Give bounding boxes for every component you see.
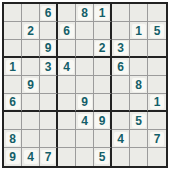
cell-r1c9[interactable]: [148, 4, 166, 22]
cell-r8c9: 7: [148, 130, 166, 148]
given-digit: 4: [78, 114, 92, 128]
cell-r6c6[interactable]: [94, 94, 112, 112]
cell-r4c1: 1: [4, 58, 22, 76]
given-digit: 9: [24, 78, 38, 92]
cell-r5c4[interactable]: [58, 76, 76, 94]
given-digit: 1: [6, 60, 20, 74]
cell-r8c8[interactable]: [130, 130, 148, 148]
cell-r3c4[interactable]: [58, 40, 76, 58]
cell-r5c5[interactable]: [76, 76, 94, 94]
cell-r1c7[interactable]: [112, 4, 130, 22]
cell-r8c5[interactable]: [76, 130, 94, 148]
given-digit: 3: [41, 60, 55, 74]
given-digit: 7: [150, 132, 164, 146]
cell-r5c7[interactable]: [112, 76, 130, 94]
given-digit: 9: [78, 95, 92, 109]
given-digit: 8: [78, 6, 92, 20]
given-digit: 6: [6, 95, 20, 109]
cell-r9c7[interactable]: [112, 148, 130, 166]
cell-r1c4[interactable]: [58, 4, 76, 22]
cell-r9c9[interactable]: [148, 148, 166, 166]
cell-r2c8: 1: [130, 22, 148, 40]
cell-r5c8: 8: [130, 76, 148, 94]
cell-r5c1[interactable]: [4, 76, 22, 94]
cell-r6c4[interactable]: [58, 94, 76, 112]
cell-r4c8[interactable]: [130, 58, 148, 76]
given-digit: 7: [41, 150, 55, 164]
cell-r6c3[interactable]: [40, 94, 58, 112]
given-digit: 5: [95, 150, 109, 164]
cell-r8c1: 8: [4, 130, 22, 148]
cell-r7c6: 9: [94, 112, 112, 130]
cell-r3c2[interactable]: [22, 40, 40, 58]
cell-r9c6: 5: [94, 148, 112, 166]
given-digit: 1: [150, 95, 164, 109]
cell-r7c5: 4: [76, 112, 94, 130]
cell-r3c6: 2: [94, 40, 112, 58]
cell-r3c5[interactable]: [76, 40, 94, 58]
cell-r2c2: 2: [22, 22, 40, 40]
cell-r4c7: 6: [112, 58, 130, 76]
cell-r9c2: 4: [22, 148, 40, 166]
cell-r1c8[interactable]: [130, 4, 148, 22]
cell-r6c8[interactable]: [130, 94, 148, 112]
cell-r9c4[interactable]: [58, 148, 76, 166]
cell-r2c6[interactable]: [94, 22, 112, 40]
cell-r3c1[interactable]: [4, 40, 22, 58]
cell-r9c3: 7: [40, 148, 58, 166]
cell-r6c2[interactable]: [22, 94, 40, 112]
cell-r1c5: 8: [76, 4, 94, 22]
cell-r3c9[interactable]: [148, 40, 166, 58]
cell-r2c3[interactable]: [40, 22, 58, 40]
cell-r4c2[interactable]: [22, 58, 40, 76]
cell-r4c4: 4: [58, 58, 76, 76]
cell-r1c1[interactable]: [4, 4, 22, 22]
cell-r5c2: 9: [22, 76, 40, 94]
cell-r3c8[interactable]: [130, 40, 148, 58]
cell-r4c6[interactable]: [94, 58, 112, 76]
cell-r6c7[interactable]: [112, 94, 130, 112]
given-digit: 8: [132, 78, 146, 92]
cell-r2c7[interactable]: [112, 22, 130, 40]
given-digit: 4: [114, 132, 128, 146]
cell-r2c5[interactable]: [76, 22, 94, 40]
cell-r1c3: 6: [40, 4, 58, 22]
given-digit: 5: [150, 24, 164, 38]
cell-r7c7[interactable]: [112, 112, 130, 130]
given-digit: 9: [95, 114, 109, 128]
given-digit: 3: [114, 41, 128, 55]
cell-r7c2[interactable]: [22, 112, 40, 130]
cell-r7c8: 5: [130, 112, 148, 130]
cell-r1c6: 1: [94, 4, 112, 22]
given-digit: 4: [60, 60, 74, 74]
cell-r7c3[interactable]: [40, 112, 58, 130]
cell-r2c4: 6: [58, 22, 76, 40]
given-digit: 9: [41, 41, 55, 55]
cell-r8c7: 4: [112, 130, 130, 148]
cell-r5c9[interactable]: [148, 76, 166, 94]
cell-r2c1[interactable]: [4, 22, 22, 40]
cell-r8c3[interactable]: [40, 130, 58, 148]
given-digit: 5: [132, 114, 146, 128]
given-digit: 2: [24, 24, 38, 38]
cell-r1c2[interactable]: [22, 4, 40, 22]
sudoku-board: 68126159231346986914958479475: [2, 2, 168, 168]
cell-r9c8[interactable]: [130, 148, 148, 166]
given-digit: 4: [24, 150, 38, 164]
cell-r7c1[interactable]: [4, 112, 22, 130]
cell-r8c2[interactable]: [22, 130, 40, 148]
cell-r7c4[interactable]: [58, 112, 76, 130]
given-digit: 1: [95, 6, 109, 20]
cell-r8c6[interactable]: [94, 130, 112, 148]
given-digit: 6: [60, 24, 74, 38]
cell-r3c7: 3: [112, 40, 130, 58]
cell-r4c9[interactable]: [148, 58, 166, 76]
cell-r4c3: 3: [40, 58, 58, 76]
given-digit: 6: [114, 60, 128, 74]
cell-r4c5[interactable]: [76, 58, 94, 76]
cell-r8c4[interactable]: [58, 130, 76, 148]
cell-r2c9: 5: [148, 22, 166, 40]
cell-r5c6[interactable]: [94, 76, 112, 94]
cell-r3c3: 9: [40, 40, 58, 58]
given-digit: 1: [132, 24, 146, 38]
cell-r9c5[interactable]: [76, 148, 94, 166]
given-digit: 9: [6, 150, 20, 164]
cell-r6c1: 6: [4, 94, 22, 112]
cell-r5c3[interactable]: [40, 76, 58, 94]
cell-r6c5: 9: [76, 94, 94, 112]
given-digit: 6: [41, 6, 55, 20]
cell-r6c9: 1: [148, 94, 166, 112]
given-digit: 2: [95, 41, 109, 55]
cell-r7c9[interactable]: [148, 112, 166, 130]
given-digit: 8: [6, 132, 20, 146]
cell-r9c1: 9: [4, 148, 22, 166]
